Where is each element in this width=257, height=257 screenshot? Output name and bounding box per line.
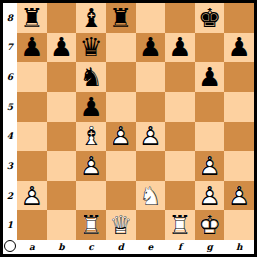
square-b4[interactable] xyxy=(47,122,77,152)
piece-white-pawn: ♙ xyxy=(76,151,106,181)
rank-label-7: 7 xyxy=(3,33,17,63)
square-f2[interactable] xyxy=(165,181,195,211)
square-b3[interactable] xyxy=(47,151,77,181)
square-c4[interactable]: ♝♗ xyxy=(76,122,106,152)
square-f5[interactable] xyxy=(165,92,195,122)
square-e1[interactable] xyxy=(136,210,166,240)
square-h3[interactable] xyxy=(224,151,254,181)
square-h4[interactable] xyxy=(224,122,254,152)
piece-white-rook-fill: ♜ xyxy=(76,210,106,240)
square-h5[interactable] xyxy=(224,92,254,122)
piece-black-pawn: ♟ xyxy=(195,62,225,92)
square-g3[interactable]: ♟♙ xyxy=(195,151,225,181)
piece-white-pawn-fill: ♟ xyxy=(195,151,225,181)
square-d8[interactable]: ♜ xyxy=(106,3,136,33)
file-label-b: b xyxy=(47,240,77,254)
square-f8[interactable] xyxy=(165,3,195,33)
square-f6[interactable] xyxy=(165,62,195,92)
file-labels: abcdefgh xyxy=(17,240,254,254)
square-f3[interactable] xyxy=(165,151,195,181)
piece-white-pawn: ♙ xyxy=(136,122,166,152)
square-g2[interactable]: ♟♙ xyxy=(195,181,225,211)
square-b5[interactable] xyxy=(47,92,77,122)
piece-black-queen: ♛ xyxy=(76,33,106,63)
square-a5[interactable] xyxy=(17,92,47,122)
piece-white-knight-fill: ♞ xyxy=(136,181,166,211)
square-a3[interactable] xyxy=(17,151,47,181)
square-b7[interactable]: ♟ xyxy=(47,33,77,63)
square-g4[interactable] xyxy=(195,122,225,152)
piece-white-pawn-fill: ♟ xyxy=(195,181,225,211)
square-d4[interactable]: ♟♙ xyxy=(106,122,136,152)
piece-white-pawn-fill: ♟ xyxy=(136,122,166,152)
rank-label-2: 2 xyxy=(3,181,17,211)
square-e3[interactable] xyxy=(136,151,166,181)
piece-white-rook: ♖ xyxy=(76,210,106,240)
piece-white-knight: ♘ xyxy=(136,181,166,211)
square-h2[interactable]: ♟♙ xyxy=(224,181,254,211)
piece-white-pawn: ♙ xyxy=(224,181,254,211)
square-d3[interactable] xyxy=(106,151,136,181)
square-d6[interactable] xyxy=(106,62,136,92)
square-g7[interactable] xyxy=(195,33,225,63)
square-c6[interactable]: ♞ xyxy=(76,62,106,92)
piece-black-bishop: ♝ xyxy=(76,3,106,33)
rank-label-4: 4 xyxy=(3,122,17,152)
piece-white-pawn: ♙ xyxy=(106,122,136,152)
piece-white-rook-fill: ♜ xyxy=(165,210,195,240)
file-label-a: a xyxy=(17,240,47,254)
square-e8[interactable] xyxy=(136,3,166,33)
piece-white-bishop: ♗ xyxy=(76,122,106,152)
piece-white-pawn-fill: ♟ xyxy=(106,122,136,152)
square-d5[interactable] xyxy=(106,92,136,122)
file-label-h: h xyxy=(224,240,254,254)
piece-white-queen: ♕ xyxy=(106,210,136,240)
square-c5[interactable]: ♟ xyxy=(76,92,106,122)
piece-black-knight: ♞ xyxy=(76,62,106,92)
square-c1[interactable]: ♜♖ xyxy=(76,210,106,240)
piece-white-pawn: ♙ xyxy=(195,181,225,211)
square-f1[interactable]: ♜♖ xyxy=(165,210,195,240)
white-to-move-indicator-icon xyxy=(4,240,16,252)
square-f7[interactable]: ♟ xyxy=(165,33,195,63)
square-e5[interactable] xyxy=(136,92,166,122)
square-h7[interactable]: ♟ xyxy=(224,33,254,63)
square-e2[interactable]: ♞♘ xyxy=(136,181,166,211)
rank-label-1: 1 xyxy=(3,210,17,240)
square-b6[interactable] xyxy=(47,62,77,92)
piece-white-queen-fill: ♛ xyxy=(106,210,136,240)
piece-white-bishop-fill: ♝ xyxy=(76,122,106,152)
piece-white-rook: ♖ xyxy=(165,210,195,240)
piece-black-pawn: ♟ xyxy=(17,33,47,63)
square-g5[interactable] xyxy=(195,92,225,122)
piece-white-pawn: ♙ xyxy=(17,181,47,211)
square-a2[interactable]: ♟♙ xyxy=(17,181,47,211)
piece-white-pawn-fill: ♟ xyxy=(76,151,106,181)
piece-white-pawn-fill: ♟ xyxy=(17,181,47,211)
square-e6[interactable] xyxy=(136,62,166,92)
square-b8[interactable] xyxy=(47,3,77,33)
square-a4[interactable] xyxy=(17,122,47,152)
square-e4[interactable]: ♟♙ xyxy=(136,122,166,152)
piece-black-pawn: ♟ xyxy=(47,33,77,63)
rank-label-3: 3 xyxy=(3,151,17,181)
piece-white-pawn: ♙ xyxy=(195,151,225,181)
piece-black-rook: ♜ xyxy=(106,3,136,33)
square-f4[interactable] xyxy=(165,122,195,152)
piece-black-pawn: ♟ xyxy=(165,33,195,63)
square-g1[interactable]: ♚♔ xyxy=(195,210,225,240)
chess-diagram: ♜♝♜♚♟♟♛♟♟♟♞♟♟♝♗♟♙♟♙♟♙♟♙♟♙♞♘♟♙♟♙♜♖♛♕♜♖♚♔ … xyxy=(0,0,257,257)
square-a8[interactable]: ♜ xyxy=(17,3,47,33)
piece-white-king-fill: ♚ xyxy=(195,210,225,240)
rank-label-8: 8 xyxy=(3,3,17,33)
file-label-c: c xyxy=(76,240,106,254)
square-g6[interactable]: ♟ xyxy=(195,62,225,92)
square-c2[interactable] xyxy=(76,181,106,211)
square-a6[interactable] xyxy=(17,62,47,92)
square-e7[interactable]: ♟ xyxy=(136,33,166,63)
piece-black-pawn: ♟ xyxy=(76,92,106,122)
square-d7[interactable] xyxy=(106,33,136,63)
square-b2[interactable] xyxy=(47,181,77,211)
piece-white-king: ♔ xyxy=(195,210,225,240)
rank-labels: 87654321 xyxy=(3,3,17,240)
square-c3[interactable]: ♟♙ xyxy=(76,151,106,181)
piece-black-pawn: ♟ xyxy=(224,33,254,63)
piece-black-pawn: ♟ xyxy=(136,33,166,63)
square-d1[interactable]: ♛♕ xyxy=(106,210,136,240)
square-b1[interactable] xyxy=(47,210,77,240)
chess-board: ♜♝♜♚♟♟♛♟♟♟♞♟♟♝♗♟♙♟♙♟♙♟♙♟♙♞♘♟♙♟♙♜♖♛♕♜♖♚♔ xyxy=(17,3,254,240)
square-c7[interactable]: ♛ xyxy=(76,33,106,63)
rank-label-6: 6 xyxy=(3,62,17,92)
square-a7[interactable]: ♟ xyxy=(17,33,47,63)
square-h6[interactable] xyxy=(224,62,254,92)
square-g8[interactable]: ♚ xyxy=(195,3,225,33)
file-label-e: e xyxy=(136,240,166,254)
file-label-g: g xyxy=(195,240,225,254)
square-d2[interactable] xyxy=(106,181,136,211)
rank-label-5: 5 xyxy=(3,92,17,122)
file-label-f: f xyxy=(165,240,195,254)
square-c8[interactable]: ♝ xyxy=(76,3,106,33)
square-h8[interactable] xyxy=(224,3,254,33)
piece-black-rook: ♜ xyxy=(17,3,47,33)
file-label-d: d xyxy=(106,240,136,254)
square-h1[interactable] xyxy=(224,210,254,240)
piece-black-king: ♚ xyxy=(195,3,225,33)
square-a1[interactable] xyxy=(17,210,47,240)
piece-white-pawn-fill: ♟ xyxy=(224,181,254,211)
